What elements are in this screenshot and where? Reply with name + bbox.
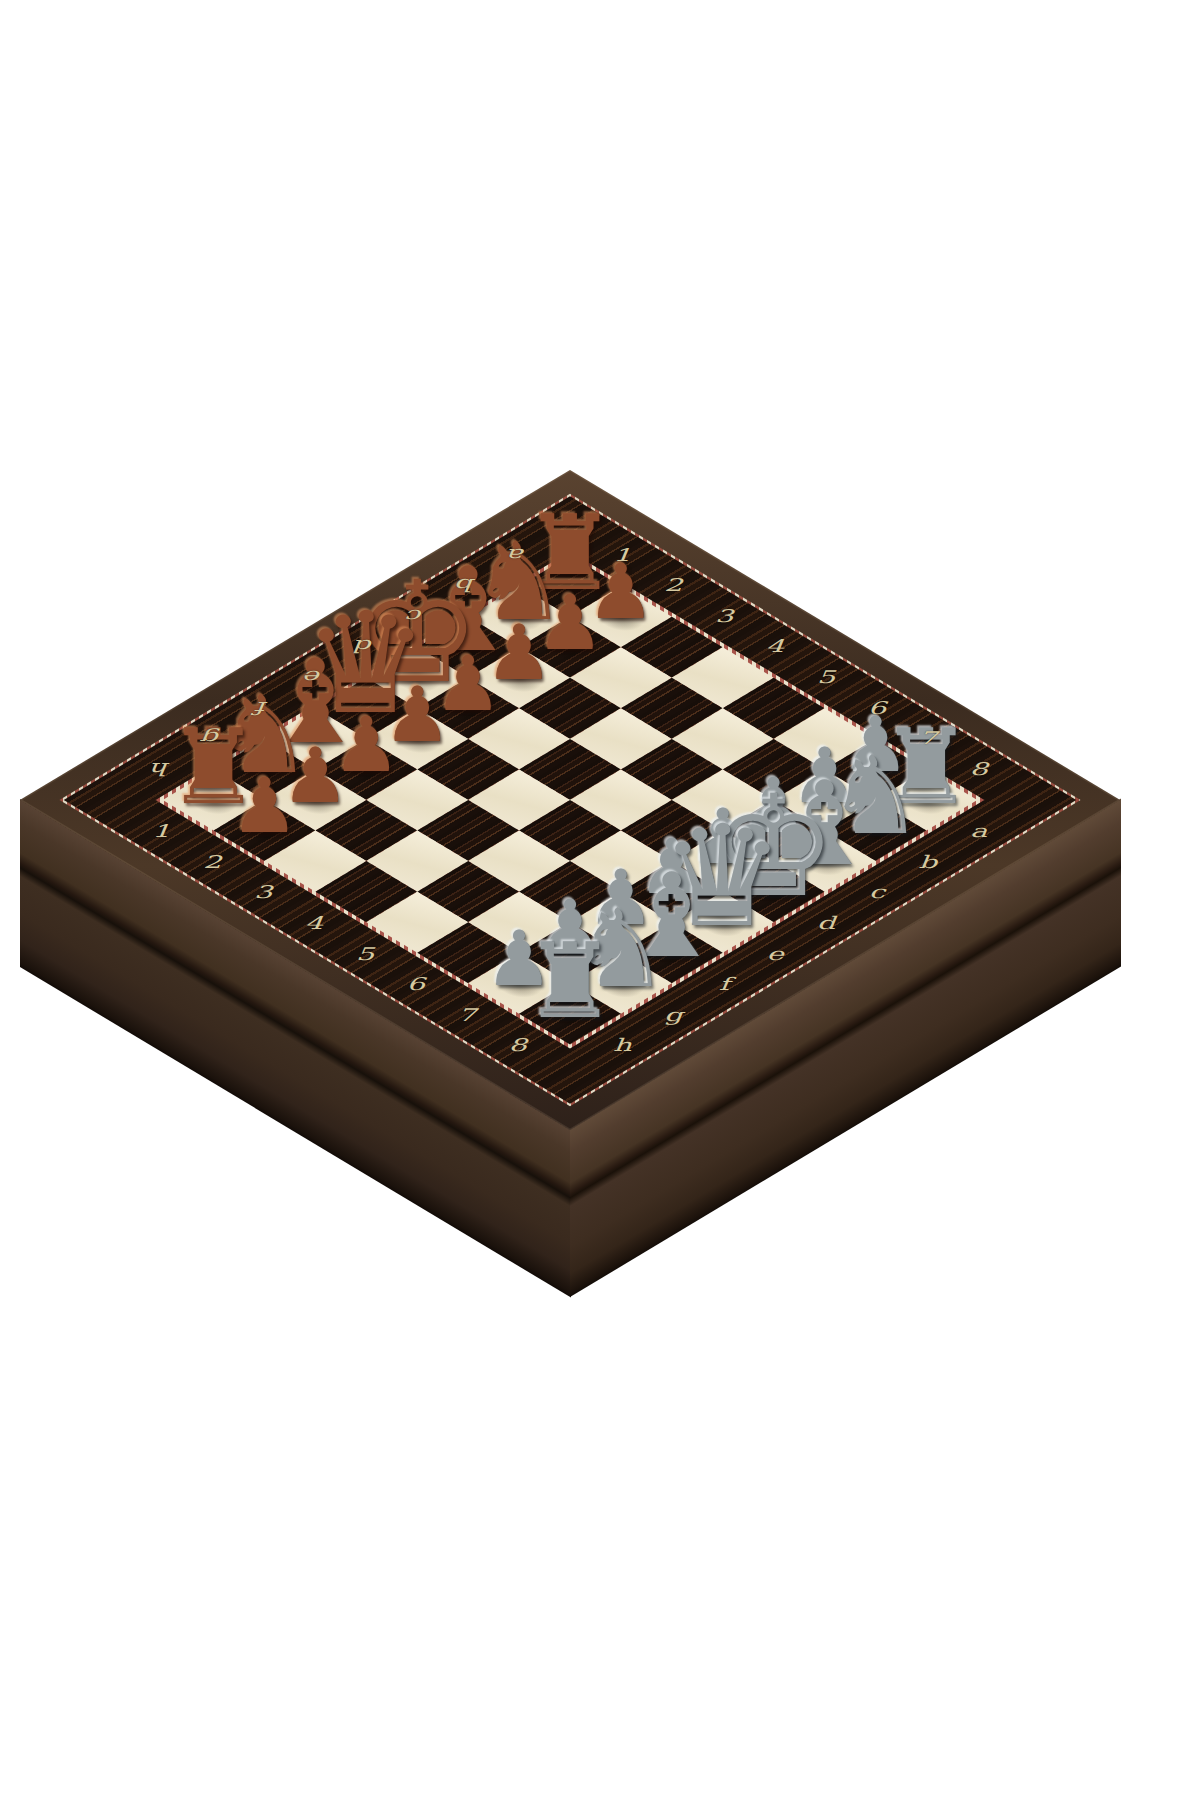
rank-label-2-far: 2 [656,575,690,595]
rank-label-8-far: 8 [962,758,996,778]
file-label-g-far: g [195,728,229,748]
file-label-f-near: f [707,974,741,994]
file-label-h-far: h [144,758,178,778]
chess-set-scene: ♜♟♟♜♞♟♟♞♝♟♟♝♚♟♟♚♛♟♟♛♝♟♟♝♞♟♟♞♜♟♟♜ aa11bb2… [0,0,1200,1800]
file-label-b-near: b [911,852,945,872]
piece-silver-rook[interactable]: ♜ [523,929,616,1033]
file-label-b-far: b [450,575,484,595]
file-label-f-far: f [246,697,280,717]
rank-label-7-far: 7 [911,728,945,748]
rank-label-6-far: 6 [860,697,894,717]
rank-label-3-near: 3 [246,882,280,902]
file-label-c-near: c [860,882,894,902]
file-label-h-near: h [605,1035,639,1055]
rank-label-1-near: 1 [144,821,178,841]
file-label-d-far: d [348,636,382,656]
rank-label-4-near: 4 [297,913,331,933]
rank-label-6-near: 6 [399,974,433,994]
file-label-e-far: e [297,667,331,687]
file-label-g-near: g [656,1004,690,1024]
rank-label-7-near: 7 [450,1004,484,1024]
file-label-a-near: a [962,821,996,841]
rank-label-8-near: 8 [501,1035,535,1055]
rank-label-4-far: 4 [758,636,792,656]
file-label-e-near: e [758,943,792,963]
rank-label-1-far: 1 [605,545,639,565]
rank-label-2-near: 2 [195,852,229,872]
file-label-a-far: a [501,545,535,565]
rank-label-5-far: 5 [809,667,843,687]
file-label-c-far: c [399,606,433,626]
file-label-d-near: d [809,913,843,933]
rank-label-5-near: 5 [348,943,382,963]
piece-copper-pawn[interactable]: ♟ [230,768,298,844]
rank-label-3-far: 3 [707,606,741,626]
